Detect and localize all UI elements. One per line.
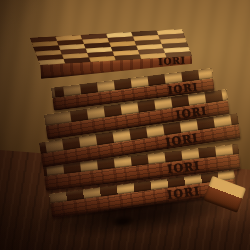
coaster-stack: IORI IORI IORI IORI (0, 0, 250, 250)
coaster-6-front-corner (203, 176, 246, 213)
coaster-stack-photo: IORI IORI IORI IORI (0, 0, 250, 250)
brand-stamp-iori: IORI (167, 159, 201, 176)
brand-stamp-iori: IORI (166, 184, 201, 202)
brand-stamp-iori: IORI (165, 131, 200, 149)
